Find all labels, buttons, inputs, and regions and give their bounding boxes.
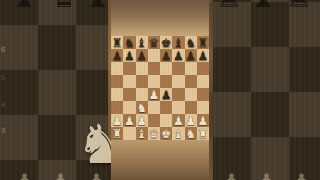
black-king: ♚ — [161, 37, 172, 49]
square-a2[interactable]: ♟ — [111, 114, 123, 127]
square-f2[interactable]: ♟ — [172, 114, 184, 127]
chess-board: ♜♞♝♛♚♝♞♜♟♟♟♟♟♟♟♟♟♞♟♟♟♟♟♟♜♝♛♚♝♞♜ — [111, 36, 209, 140]
square-f7[interactable]: ♟ — [172, 49, 184, 62]
square-f3[interactable] — [172, 101, 184, 114]
background-piece-silhouette-icon: ♝ — [83, 0, 111, 12]
square-b4[interactable] — [123, 88, 135, 101]
square-g5[interactable] — [185, 75, 197, 88]
white-rook: ♜ — [112, 128, 123, 140]
black-pawn: ♟ — [136, 50, 147, 62]
white-pawn: ♟ — [112, 115, 123, 127]
video-content: ♜♞♝♛♚♝♞♜♟♟♟♟♟♟♟♟♟♞♟♟♟♟♟♟♜♝♛♚♝♞♜ — [111, 0, 209, 180]
background-piece-silhouette-icon: ♟ — [254, 171, 279, 180]
white-pawn: ♟ — [136, 115, 147, 127]
black-pawn: ♟ — [173, 50, 184, 62]
background-piece-silhouette-icon: ♝ — [249, 0, 278, 12]
black-queen: ♛ — [148, 37, 159, 49]
square-h1[interactable]: ♜ — [197, 127, 209, 140]
square-d7[interactable] — [148, 49, 160, 62]
square-g8[interactable]: ♞ — [185, 36, 197, 49]
black-pawn: ♟ — [161, 50, 172, 62]
black-knight: ♞ — [185, 37, 196, 49]
square-b5[interactable] — [123, 75, 135, 88]
square-g2[interactable]: ♟ — [185, 114, 197, 127]
square-b8[interactable]: ♞ — [123, 36, 135, 49]
square-c6[interactable] — [136, 62, 148, 75]
white-rook: ♜ — [197, 128, 208, 140]
white-bishop: ♝ — [173, 128, 184, 140]
black-pawn: ♟ — [161, 89, 172, 101]
square-e7[interactable]: ♟ — [160, 49, 172, 62]
background-piece-silhouette-icon: ♟ — [289, 171, 314, 180]
square-b6[interactable] — [123, 62, 135, 75]
background-piece-silhouette-icon: ♜ — [285, 0, 314, 12]
white-queen: ♛ — [148, 128, 159, 140]
background-right-bar: ♜♝♜♟♟♟ — [209, 0, 320, 180]
square-a8[interactable]: ♜ — [111, 36, 123, 49]
black-pawn: ♟ — [185, 50, 196, 62]
square-g4[interactable] — [185, 88, 197, 101]
square-h8[interactable]: ♜ — [197, 36, 209, 49]
square-c5[interactable] — [136, 75, 148, 88]
square-c2[interactable]: ♟ — [136, 114, 148, 127]
square-d6[interactable] — [148, 62, 160, 75]
square-b1[interactable] — [123, 127, 135, 140]
white-knight: ♞ — [136, 102, 147, 114]
blurred-top-area — [111, 0, 209, 36]
white-pawn: ♟ — [185, 115, 196, 127]
background-piece-silhouette-icon: ♟ — [12, 171, 37, 180]
black-rook: ♜ — [112, 37, 123, 49]
square-d3[interactable] — [148, 101, 160, 114]
square-h2[interactable]: ♟ — [197, 114, 209, 127]
square-f8[interactable]: ♝ — [172, 36, 184, 49]
background-rank-label: 6 — [1, 46, 5, 54]
background-left-bar: ♝♛♝♟♟♟6543♞ — [0, 0, 111, 180]
black-bishop: ♝ — [173, 37, 184, 49]
square-b7[interactable]: ♟ — [123, 49, 135, 62]
black-bishop: ♝ — [136, 37, 147, 49]
white-knight: ♞ — [185, 128, 196, 140]
square-h3[interactable] — [197, 101, 209, 114]
background-piece-silhouette-icon: ♝ — [10, 0, 39, 12]
square-f5[interactable] — [172, 75, 184, 88]
square-d2[interactable] — [148, 114, 160, 127]
square-d4[interactable]: ♟ — [148, 88, 160, 101]
square-g3[interactable] — [185, 101, 197, 114]
square-a3[interactable] — [111, 101, 123, 114]
square-h5[interactable] — [197, 75, 209, 88]
video-frame: ♝♛♝♟♟♟6543♞ ♜♝♜♟♟♟ ♜♞♝♛♚♝♞♜♟♟♟♟♟♟♟♟♟♞♟♟♟… — [0, 0, 320, 180]
white-bishop: ♝ — [136, 128, 147, 140]
black-rook: ♜ — [197, 37, 208, 49]
square-e4[interactable]: ♟ — [160, 88, 172, 101]
square-a6[interactable] — [111, 62, 123, 75]
square-e2[interactable] — [160, 114, 172, 127]
background-knight-icon: ♞ — [76, 118, 111, 172]
square-c4[interactable] — [136, 88, 148, 101]
background-piece-silhouette-icon: ♟ — [219, 171, 244, 180]
background-rank-label: 4 — [1, 101, 5, 109]
right-bar-edge-strip — [209, 0, 213, 180]
square-h7[interactable]: ♟ — [197, 49, 209, 62]
square-f1[interactable]: ♝ — [172, 127, 184, 140]
black-pawn: ♟ — [124, 50, 135, 62]
square-f6[interactable] — [172, 62, 184, 75]
square-a5[interactable] — [111, 75, 123, 88]
square-c8[interactable]: ♝ — [136, 36, 148, 49]
square-g6[interactable] — [185, 62, 197, 75]
black-pawn: ♟ — [112, 50, 123, 62]
square-a1[interactable]: ♜ — [111, 127, 123, 140]
square-c7[interactable]: ♟ — [136, 49, 148, 62]
square-b2[interactable]: ♟ — [123, 114, 135, 127]
white-pawn: ♟ — [197, 115, 208, 127]
white-pawn: ♟ — [124, 115, 135, 127]
black-knight: ♞ — [124, 37, 135, 49]
square-a7[interactable]: ♟ — [111, 49, 123, 62]
square-e5[interactable] — [160, 75, 172, 88]
square-a4[interactable] — [111, 88, 123, 101]
square-c1[interactable]: ♝ — [136, 127, 148, 140]
square-d8[interactable]: ♛ — [148, 36, 160, 49]
black-pawn: ♟ — [197, 50, 208, 62]
background-rank-label: 5 — [1, 74, 5, 82]
square-f4[interactable] — [172, 88, 184, 101]
background-rank-label: 3 — [1, 127, 5, 135]
square-g7[interactable]: ♟ — [185, 49, 197, 62]
square-d1[interactable]: ♛ — [148, 127, 160, 140]
square-e3[interactable] — [160, 101, 172, 114]
background-piece-silhouette-icon: ♟ — [48, 171, 73, 180]
blurred-bottom-area — [111, 140, 209, 180]
white-pawn: ♟ — [148, 89, 159, 101]
square-e8[interactable]: ♚ — [160, 36, 172, 49]
square-d5[interactable] — [148, 75, 160, 88]
background-piece-silhouette-icon: ♛ — [50, 0, 79, 12]
square-b3[interactable] — [123, 101, 135, 114]
square-e6[interactable] — [160, 62, 172, 75]
square-g1[interactable]: ♞ — [185, 127, 197, 140]
square-e1[interactable]: ♚ — [160, 127, 172, 140]
white-king: ♚ — [161, 128, 172, 140]
square-c3[interactable]: ♞ — [136, 101, 148, 114]
square-h6[interactable] — [197, 62, 209, 75]
background-piece-silhouette-icon: ♜ — [215, 0, 244, 12]
white-pawn: ♟ — [173, 115, 184, 127]
square-h4[interactable] — [197, 88, 209, 101]
